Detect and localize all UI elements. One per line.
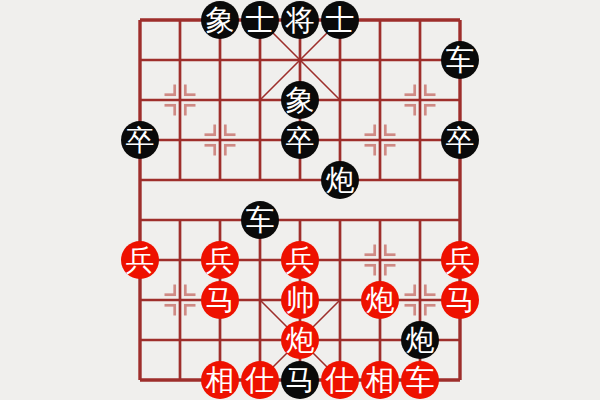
piece-black-elephant[interactable]: 象 [201,1,239,39]
piece-black-elephant[interactable]: 象 [281,81,319,119]
piece-red-elephant[interactable]: 相 [201,361,239,399]
piece-black-general[interactable]: 将 [281,1,319,39]
piece-red-general[interactable]: 帅 [281,281,319,319]
piece-red-horse[interactable]: 马 [201,281,239,319]
piece-red-horse[interactable]: 马 [441,281,479,319]
piece-red-advisor[interactable]: 仕 [241,361,279,399]
piece-red-chariot[interactable]: 车 [401,361,439,399]
piece-black-soldier[interactable]: 卒 [441,121,479,159]
piece-red-cannon[interactable]: 炮 [361,281,399,319]
piece-red-soldier[interactable]: 兵 [121,241,159,279]
piece-black-cannon[interactable]: 炮 [321,161,359,199]
piece-red-soldier[interactable]: 兵 [441,241,479,279]
piece-red-elephant[interactable]: 相 [361,361,399,399]
piece-black-chariot[interactable]: 车 [241,201,279,239]
piece-red-cannon[interactable]: 炮 [281,321,319,359]
piece-red-advisor[interactable]: 仕 [321,361,359,399]
piece-black-horse[interactable]: 马 [281,361,319,399]
xiangqi-board-container: 象士将士车象卒卒卒炮车炮马兵兵兵兵马帅炮马炮相仕仕相车 [0,0,600,400]
piece-black-advisor[interactable]: 士 [241,1,279,39]
piece-red-soldier[interactable]: 兵 [281,241,319,279]
piece-red-soldier[interactable]: 兵 [201,241,239,279]
piece-black-cannon[interactable]: 炮 [401,321,439,359]
piece-black-soldier[interactable]: 卒 [121,121,159,159]
piece-black-chariot[interactable]: 车 [441,41,479,79]
piece-black-advisor[interactable]: 士 [321,1,359,39]
piece-black-soldier[interactable]: 卒 [281,121,319,159]
